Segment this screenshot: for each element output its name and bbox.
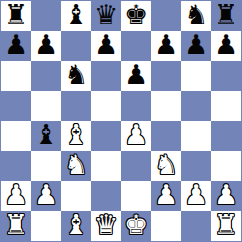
square-c4[interactable]: ♝ xyxy=(61,121,91,151)
square-d6[interactable] xyxy=(91,61,121,91)
square-g3[interactable] xyxy=(181,151,211,181)
piece-black-knight[interactable]: ♞ xyxy=(184,1,208,30)
piece-white-pawn[interactable]: ♟ xyxy=(124,121,148,150)
square-h1[interactable]: ♜ xyxy=(211,211,241,241)
square-f8[interactable] xyxy=(151,1,181,31)
piece-black-knight[interactable]: ♞ xyxy=(64,61,88,90)
piece-white-pawn[interactable]: ♟ xyxy=(184,181,208,210)
square-b1[interactable] xyxy=(31,211,61,241)
square-e2[interactable] xyxy=(121,181,151,211)
piece-black-pawn[interactable]: ♟ xyxy=(124,61,148,90)
square-d3[interactable] xyxy=(91,151,121,181)
piece-black-queen[interactable]: ♛ xyxy=(94,1,118,30)
square-c7[interactable] xyxy=(61,31,91,61)
square-a1[interactable]: ♜ xyxy=(1,211,31,241)
square-c1[interactable]: ♝ xyxy=(61,211,91,241)
square-e5[interactable] xyxy=(121,91,151,121)
square-b4[interactable]: ♝ xyxy=(31,121,61,151)
square-f3[interactable]: ♞ xyxy=(151,151,181,181)
square-c3[interactable]: ♞ xyxy=(61,151,91,181)
piece-white-knight[interactable]: ♞ xyxy=(154,151,178,180)
square-e4[interactable]: ♟ xyxy=(121,121,151,151)
piece-black-bishop[interactable]: ♝ xyxy=(64,1,88,30)
square-f1[interactable] xyxy=(151,211,181,241)
piece-black-pawn[interactable]: ♟ xyxy=(34,31,58,60)
square-a8[interactable]: ♜ xyxy=(1,1,31,31)
square-h6[interactable] xyxy=(211,61,241,91)
square-d8[interactable]: ♛ xyxy=(91,1,121,31)
piece-white-bishop[interactable]: ♝ xyxy=(64,211,88,240)
piece-black-pawn[interactable]: ♟ xyxy=(214,31,238,60)
square-a4[interactable] xyxy=(1,121,31,151)
square-b7[interactable]: ♟ xyxy=(31,31,61,61)
square-g6[interactable] xyxy=(181,61,211,91)
square-f4[interactable] xyxy=(151,121,181,151)
square-e7[interactable] xyxy=(121,31,151,61)
square-g1[interactable] xyxy=(181,211,211,241)
square-b8[interactable] xyxy=(31,1,61,31)
piece-black-pawn[interactable]: ♟ xyxy=(94,31,118,60)
piece-white-pawn[interactable]: ♟ xyxy=(34,181,58,210)
piece-white-pawn[interactable]: ♟ xyxy=(214,181,238,210)
chess-board: ♜♝♛♚♞♜♟♟♟♟♟♟♞♟♝♝♟♞♞♟♟♟♟♟♜♝♛♚♜ xyxy=(0,0,242,242)
square-f2[interactable]: ♟ xyxy=(151,181,181,211)
square-g7[interactable]: ♟ xyxy=(181,31,211,61)
square-c6[interactable]: ♞ xyxy=(61,61,91,91)
piece-white-pawn[interactable]: ♟ xyxy=(154,181,178,210)
square-d4[interactable] xyxy=(91,121,121,151)
square-h2[interactable]: ♟ xyxy=(211,181,241,211)
square-e6[interactable]: ♟ xyxy=(121,61,151,91)
piece-white-king[interactable]: ♚ xyxy=(124,211,148,240)
square-g5[interactable] xyxy=(181,91,211,121)
square-g2[interactable]: ♟ xyxy=(181,181,211,211)
square-d7[interactable]: ♟ xyxy=(91,31,121,61)
square-d1[interactable]: ♛ xyxy=(91,211,121,241)
square-f6[interactable] xyxy=(151,61,181,91)
square-g8[interactable]: ♞ xyxy=(181,1,211,31)
square-a2[interactable]: ♟ xyxy=(1,181,31,211)
square-h4[interactable] xyxy=(211,121,241,151)
square-c8[interactable]: ♝ xyxy=(61,1,91,31)
square-b6[interactable] xyxy=(31,61,61,91)
piece-black-pawn[interactable]: ♟ xyxy=(4,31,28,60)
square-d2[interactable] xyxy=(91,181,121,211)
square-a7[interactable]: ♟ xyxy=(1,31,31,61)
square-d5[interactable] xyxy=(91,91,121,121)
square-b2[interactable]: ♟ xyxy=(31,181,61,211)
square-a5[interactable] xyxy=(1,91,31,121)
square-f7[interactable]: ♟ xyxy=(151,31,181,61)
square-f5[interactable] xyxy=(151,91,181,121)
square-c2[interactable] xyxy=(61,181,91,211)
piece-black-king[interactable]: ♚ xyxy=(124,1,148,30)
piece-white-pawn[interactable]: ♟ xyxy=(4,181,28,210)
piece-black-bishop[interactable]: ♝ xyxy=(34,121,58,150)
piece-black-pawn[interactable]: ♟ xyxy=(154,31,178,60)
square-h3[interactable] xyxy=(211,151,241,181)
piece-white-bishop[interactable]: ♝ xyxy=(64,121,88,150)
square-c5[interactable] xyxy=(61,91,91,121)
piece-white-rook[interactable]: ♜ xyxy=(4,211,28,240)
square-h7[interactable]: ♟ xyxy=(211,31,241,61)
square-a6[interactable] xyxy=(1,61,31,91)
square-e1[interactable]: ♚ xyxy=(121,211,151,241)
square-e8[interactable]: ♚ xyxy=(121,1,151,31)
square-a3[interactable] xyxy=(1,151,31,181)
square-h5[interactable] xyxy=(211,91,241,121)
piece-black-pawn[interactable]: ♟ xyxy=(184,31,208,60)
piece-white-knight[interactable]: ♞ xyxy=(64,151,88,180)
square-e3[interactable] xyxy=(121,151,151,181)
square-b3[interactable] xyxy=(31,151,61,181)
piece-white-rook[interactable]: ♜ xyxy=(214,211,238,240)
piece-white-queen[interactable]: ♛ xyxy=(94,211,118,240)
piece-black-rook[interactable]: ♜ xyxy=(214,1,238,30)
piece-black-rook[interactable]: ♜ xyxy=(4,1,28,30)
square-g4[interactable] xyxy=(181,121,211,151)
square-b5[interactable] xyxy=(31,91,61,121)
square-h8[interactable]: ♜ xyxy=(211,1,241,31)
